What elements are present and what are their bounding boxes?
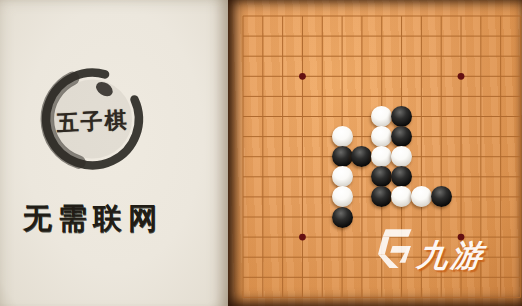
jiuyou-logo-text: 九游 (415, 235, 487, 277)
jiuyou-logo-g-icon (375, 223, 413, 275)
star-point (458, 73, 465, 80)
stone-black (431, 186, 452, 207)
star-point (299, 73, 306, 80)
ink-circle-logo: 五子棋 (36, 62, 149, 176)
left-panel: 五子棋 无需联网 (0, 0, 228, 306)
star-point (299, 234, 306, 241)
stone-black (332, 207, 353, 228)
jiuyou-watermark: 九游 (375, 223, 485, 277)
stone-white (332, 166, 353, 187)
offline-tagline: 无需联网 (0, 199, 186, 239)
stone-white (332, 186, 353, 207)
app-screen: 五子棋 无需联网 九游 (0, 0, 522, 306)
stone-black (332, 146, 353, 167)
stone-white (332, 126, 353, 147)
stone-black (391, 106, 412, 127)
gomoku-board[interactable]: 九游 (228, 0, 522, 306)
stone-black (391, 126, 412, 147)
game-logo-title: 五子棋 (33, 59, 152, 179)
